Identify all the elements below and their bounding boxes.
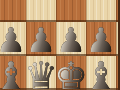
square-d1[interactable]: ♛ [26,56,56,90]
white-queen-d1[interactable]: ♛ [24,57,58,90]
square-e1[interactable]: ♚ [56,56,86,90]
white-pawn-f2[interactable]: ♟ [86,23,116,57]
square-d2[interactable]: ♟ [26,22,56,56]
white-pawn-c2[interactable]: ♟ [0,23,26,57]
white-king-e1[interactable]: ♚ [54,57,88,90]
white-pawn-d2[interactable]: ♟ [26,23,56,57]
screen-right-edge [118,0,120,90]
white-bishop-f1[interactable]: ♝ [84,57,118,90]
square-c2[interactable]: ♟ [0,22,26,56]
square-f3[interactable] [86,0,116,22]
square-f1[interactable]: ♝ [86,56,116,90]
square-d3[interactable] [26,0,56,22]
chess-app-screenshot: ♟♟♟♟♝♛♚♝ [0,0,120,90]
square-c1[interactable]: ♝ [0,56,26,90]
square-e2[interactable]: ♟ [56,22,86,56]
white-pawn-e2[interactable]: ♟ [56,23,86,57]
chess-board: ♟♟♟♟♝♛♚♝ [0,0,120,90]
square-e3[interactable] [56,0,86,22]
square-f2[interactable]: ♟ [86,22,116,56]
square-c3[interactable] [0,0,26,22]
